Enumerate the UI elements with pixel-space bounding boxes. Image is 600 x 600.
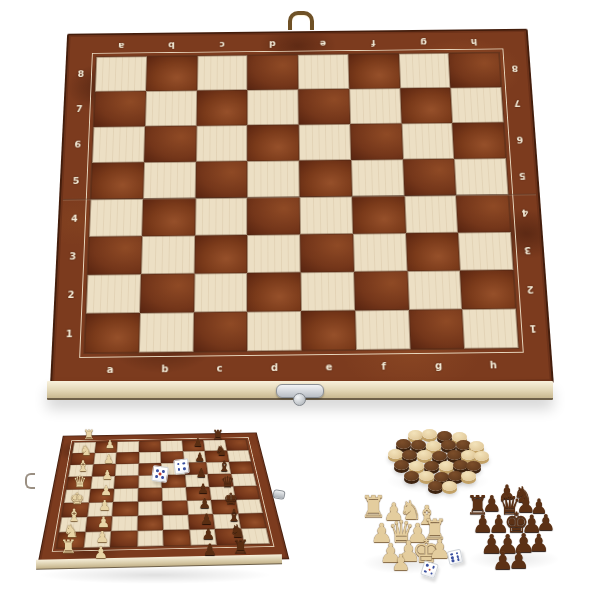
checker-disc	[409, 461, 424, 471]
die-pip	[430, 572, 433, 575]
product-photo-chess-set: abcdefgh abcdefgh 87654321 87654321 ♜♞♝♛…	[0, 0, 600, 600]
checker-disc	[439, 461, 454, 471]
checker-disc	[461, 471, 476, 481]
checker-disc	[408, 430, 423, 440]
checker-disc	[419, 471, 434, 481]
die-pip	[428, 568, 431, 571]
checker-disc	[396, 439, 411, 449]
die-pip	[457, 558, 460, 561]
checker-disc	[422, 429, 437, 439]
loose-pieces-layer: ♜♟♞♝♟♛♟♜♟♟♚♟♟ ♟♞♜♟♛♟♟♟♟♚♟♟♟♟♟♟♟♟	[0, 0, 600, 600]
dark-chess-piece: ♟	[528, 531, 550, 555]
checker-disc	[404, 471, 419, 481]
dark-chess-piece: ♟	[508, 548, 530, 572]
checker-disc	[388, 449, 403, 459]
checker-disc	[411, 440, 426, 450]
die-pip	[426, 564, 429, 567]
die-pip	[432, 566, 435, 569]
checker-disc	[402, 450, 417, 460]
die-icon	[447, 549, 464, 566]
checker-disc	[447, 450, 462, 460]
checker-disc	[426, 441, 441, 451]
checker-disc	[442, 481, 457, 491]
die-icon	[420, 560, 439, 579]
die-pip	[452, 559, 455, 562]
checker-disc	[466, 461, 481, 471]
checker-disc	[424, 461, 439, 471]
checker-disc	[474, 451, 489, 461]
checker-disc	[417, 450, 432, 460]
checker-disc	[432, 451, 447, 461]
checker-disc	[441, 440, 456, 450]
light-chess-piece: ♟	[391, 552, 411, 574]
checker-disc	[428, 481, 443, 491]
die-pip	[424, 570, 427, 573]
checker-disc	[394, 460, 409, 470]
